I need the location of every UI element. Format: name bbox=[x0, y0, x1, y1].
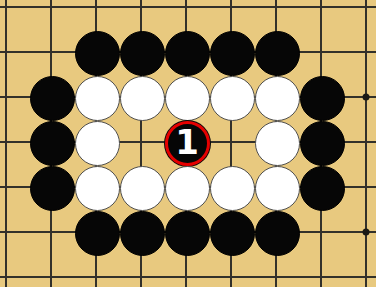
white-stone bbox=[255, 121, 300, 166]
black-stone bbox=[30, 121, 75, 166]
white-stone bbox=[255, 166, 300, 211]
white-stone bbox=[75, 166, 120, 211]
black-stone bbox=[255, 31, 300, 76]
white-stone bbox=[210, 76, 255, 121]
white-stone bbox=[165, 166, 210, 211]
black-stone bbox=[30, 76, 75, 121]
go-board: 1 bbox=[0, 0, 376, 287]
stones-layer: 1 bbox=[0, 0, 376, 287]
black-stone bbox=[30, 166, 75, 211]
white-stone bbox=[165, 76, 210, 121]
white-stone bbox=[75, 76, 120, 121]
black-stone bbox=[75, 211, 120, 256]
white-stone bbox=[120, 166, 165, 211]
black-stone bbox=[210, 31, 255, 76]
black-stone bbox=[120, 211, 165, 256]
marked-black-stone-1: 1 bbox=[165, 121, 210, 166]
white-stone bbox=[210, 166, 255, 211]
black-stone bbox=[300, 166, 345, 211]
white-stone bbox=[120, 76, 165, 121]
black-stone bbox=[255, 211, 300, 256]
black-stone bbox=[165, 211, 210, 256]
white-stone bbox=[75, 121, 120, 166]
black-stone bbox=[210, 211, 255, 256]
white-stone bbox=[255, 76, 300, 121]
black-stone bbox=[75, 31, 120, 76]
black-stone bbox=[300, 76, 345, 121]
black-stone bbox=[165, 31, 210, 76]
black-stone bbox=[120, 31, 165, 76]
move-number-label: 1 bbox=[175, 125, 199, 159]
black-stone bbox=[300, 121, 345, 166]
